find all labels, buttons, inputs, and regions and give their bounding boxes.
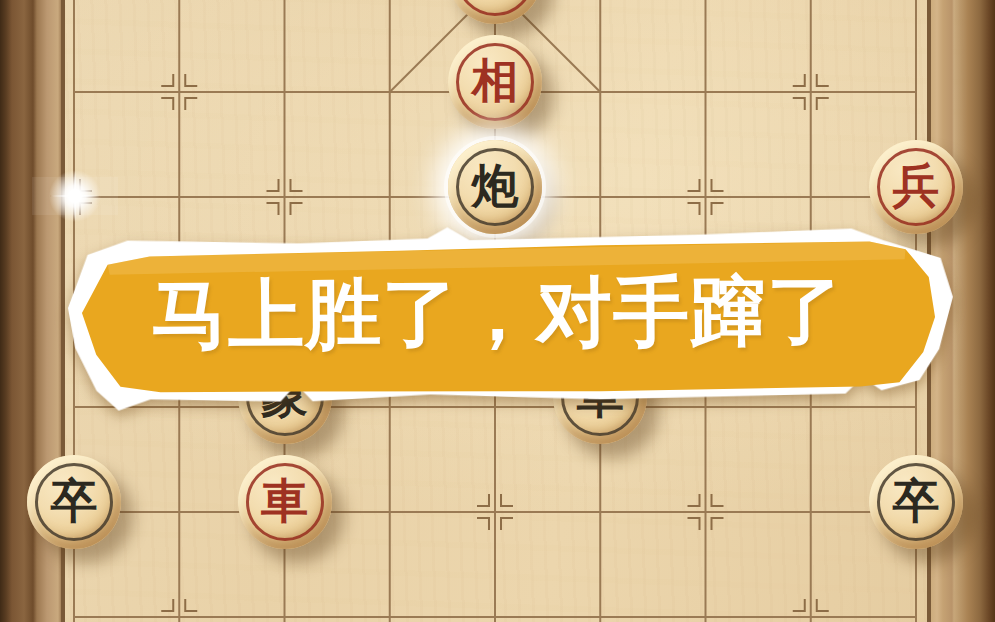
piece-glyph [448,0,542,23]
piece-black-cannon-e3[interactable]: 炮 [448,140,542,234]
piece-red-elephant-e2[interactable]: 相 [448,35,542,129]
piece-glyph: 炮 [448,139,542,233]
piece-red-soldier-i3[interactable]: 兵 [869,140,963,234]
piece-red-top-piece-e1[interactable] [448,0,542,24]
piece-red-chariot-c6[interactable]: 車 [238,455,332,549]
piece-glyph: 兵 [869,139,963,233]
piece-glyph: 車 [238,454,332,548]
banner-text: 马上胜了，对手蹿了 [0,255,995,372]
piece-glyph: 卒 [27,454,121,548]
piece-glyph: 相 [448,34,542,128]
piece-black-soldier-i-i6[interactable]: 卒 [869,455,963,549]
piece-black-soldier-a-a6[interactable]: 卒 [27,455,121,549]
piece-glyph: 卒 [869,454,963,548]
xiangqi-board-screen: 相炮兵象車卒車卒 马上胜了，对手蹿了 [0,0,995,622]
